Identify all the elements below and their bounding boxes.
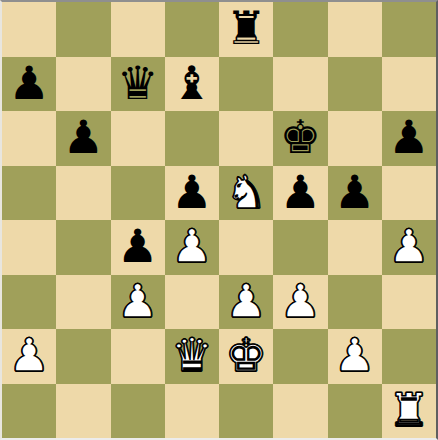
square-h6[interactable]: ♟ [382,111,436,166]
square-a7[interactable]: ♟ [2,57,56,112]
piece-white-queen[interactable]: ♛ [171,332,212,378]
square-f7[interactable] [273,57,327,112]
square-c3[interactable]: ♟ [111,275,165,330]
square-a1[interactable] [2,384,56,439]
piece-white-pawn[interactable]: ♟ [388,223,429,269]
piece-white-knight[interactable]: ♞ [226,169,267,215]
square-e3[interactable]: ♟ [219,275,273,330]
piece-black-rook[interactable]: ♜ [226,5,267,51]
square-e1[interactable] [219,384,273,439]
piece-white-pawn[interactable]: ♟ [171,223,212,269]
square-f4[interactable] [273,220,327,275]
square-f6[interactable]: ♚ [273,111,327,166]
piece-black-pawn[interactable]: ♟ [9,60,50,106]
square-e8[interactable]: ♜ [219,2,273,57]
square-g5[interactable]: ♟ [328,166,382,221]
square-h4[interactable]: ♟ [382,220,436,275]
square-f8[interactable] [273,2,327,57]
square-g3[interactable] [328,275,382,330]
square-d8[interactable] [165,2,219,57]
square-e7[interactable] [219,57,273,112]
square-b6[interactable]: ♟ [56,111,110,166]
square-d3[interactable] [165,275,219,330]
square-c4[interactable]: ♟ [111,220,165,275]
square-h1[interactable]: ♜ [382,384,436,439]
square-g1[interactable] [328,384,382,439]
square-f1[interactable] [273,384,327,439]
piece-black-pawn[interactable]: ♟ [63,114,104,160]
square-a8[interactable] [2,2,56,57]
square-d7[interactable]: ♝ [165,57,219,112]
square-h5[interactable] [382,166,436,221]
square-g6[interactable] [328,111,382,166]
square-c8[interactable] [111,2,165,57]
piece-white-pawn[interactable]: ♟ [334,332,375,378]
piece-black-pawn[interactable]: ♟ [388,114,429,160]
square-b1[interactable] [56,384,110,439]
square-h2[interactable] [382,329,436,384]
square-b7[interactable] [56,57,110,112]
square-a6[interactable] [2,111,56,166]
square-b3[interactable] [56,275,110,330]
square-d2[interactable]: ♛ [165,329,219,384]
square-h8[interactable] [382,2,436,57]
piece-white-king[interactable]: ♚ [226,332,267,378]
piece-black-pawn[interactable]: ♟ [280,169,321,215]
square-b8[interactable] [56,2,110,57]
piece-black-pawn[interactable]: ♟ [117,223,158,269]
square-d6[interactable] [165,111,219,166]
square-d4[interactable]: ♟ [165,220,219,275]
square-d5[interactable]: ♟ [165,166,219,221]
square-b5[interactable] [56,166,110,221]
square-c5[interactable] [111,166,165,221]
square-h7[interactable] [382,57,436,112]
square-g7[interactable] [328,57,382,112]
square-f2[interactable] [273,329,327,384]
square-b4[interactable] [56,220,110,275]
square-a5[interactable] [2,166,56,221]
square-g8[interactable] [328,2,382,57]
square-g2[interactable]: ♟ [328,329,382,384]
piece-white-rook[interactable]: ♜ [388,387,429,433]
piece-white-pawn[interactable]: ♟ [9,332,50,378]
piece-black-bishop[interactable]: ♝ [171,60,212,106]
piece-black-pawn[interactable]: ♟ [171,169,212,215]
square-a2[interactable]: ♟ [2,329,56,384]
square-c2[interactable] [111,329,165,384]
square-c6[interactable] [111,111,165,166]
square-e2[interactable]: ♚ [219,329,273,384]
piece-white-pawn[interactable]: ♟ [226,278,267,324]
square-f5[interactable]: ♟ [273,166,327,221]
square-a3[interactable] [2,275,56,330]
square-h3[interactable] [382,275,436,330]
piece-white-pawn[interactable]: ♟ [117,278,158,324]
square-e6[interactable] [219,111,273,166]
piece-black-pawn[interactable]: ♟ [334,169,375,215]
chess-board: ♜♟♛♝♟♚♟♟♞♟♟♟♟♟♟♟♟♟♛♚♟♜ [2,2,436,438]
square-c1[interactable] [111,384,165,439]
square-g4[interactable] [328,220,382,275]
square-a4[interactable] [2,220,56,275]
piece-black-queen[interactable]: ♛ [117,60,158,106]
square-e4[interactable] [219,220,273,275]
chess-board-frame: ♜♟♛♝♟♚♟♟♞♟♟♟♟♟♟♟♟♟♛♚♟♜ [0,0,438,440]
square-f3[interactable]: ♟ [273,275,327,330]
piece-white-pawn[interactable]: ♟ [280,278,321,324]
square-c7[interactable]: ♛ [111,57,165,112]
square-d1[interactable] [165,384,219,439]
square-b2[interactable] [56,329,110,384]
piece-black-king[interactable]: ♚ [280,114,321,160]
square-e5[interactable]: ♞ [219,166,273,221]
